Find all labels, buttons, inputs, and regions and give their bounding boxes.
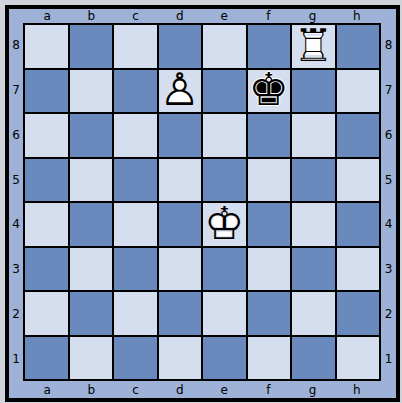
square-e8[interactable] — [203, 25, 246, 68]
rank-label-6: 6 — [9, 113, 23, 158]
file-labels-bottom: abcdefgh — [9, 381, 396, 398]
black-king-glyph: ♚ — [249, 67, 289, 112]
black-king[interactable]: ♚ — [248, 69, 291, 112]
square-h1[interactable] — [337, 337, 380, 380]
file-label-a: a — [25, 10, 69, 22]
white-king-outline-glyph: ♔ — [204, 201, 244, 246]
square-c6[interactable] — [114, 114, 157, 157]
square-g1[interactable] — [292, 337, 335, 380]
white-rook-outline-glyph: ♖ — [293, 23, 333, 68]
square-g6[interactable] — [292, 114, 335, 157]
file-label-d: d — [158, 384, 202, 396]
rank-label-1: 1 — [381, 336, 396, 381]
square-f2[interactable] — [248, 292, 291, 335]
square-e4[interactable]: ♚♔ — [203, 203, 246, 246]
file-label-e: e — [202, 384, 246, 396]
rank-label-1: 1 — [9, 336, 23, 381]
square-c4[interactable] — [114, 203, 157, 246]
square-a8[interactable] — [25, 25, 68, 68]
square-g5[interactable] — [292, 159, 335, 202]
square-c5[interactable] — [114, 159, 157, 202]
square-a5[interactable] — [25, 159, 68, 202]
file-label-e: e — [202, 10, 246, 22]
rank-label-2: 2 — [381, 292, 396, 337]
square-e7[interactable] — [203, 70, 246, 113]
square-a4[interactable] — [25, 203, 68, 246]
square-d1[interactable] — [159, 337, 202, 380]
square-e3[interactable] — [203, 248, 246, 291]
file-label-h: h — [335, 384, 379, 396]
file-label-c: c — [114, 384, 158, 396]
square-d3[interactable] — [159, 248, 202, 291]
rank-labels-right: 87654321 — [381, 23, 396, 381]
square-b3[interactable] — [70, 248, 113, 291]
file-label-f: f — [246, 10, 290, 22]
file-label-g: g — [291, 384, 335, 396]
board-frame: abcdefgh 87654321 ♜♖♟♙♚♚♔ 87654321 abcde… — [5, 5, 400, 402]
file-label-f: f — [246, 384, 290, 396]
square-h4[interactable] — [337, 203, 380, 246]
file-label-c: c — [114, 10, 158, 22]
square-b2[interactable] — [70, 292, 113, 335]
square-d6[interactable] — [159, 114, 202, 157]
square-g7[interactable] — [292, 70, 335, 113]
rank-label-6: 6 — [381, 113, 396, 158]
square-h7[interactable] — [337, 70, 380, 113]
square-a1[interactable] — [25, 337, 68, 380]
rank-label-3: 3 — [381, 247, 396, 292]
square-f1[interactable] — [248, 337, 291, 380]
square-f5[interactable] — [248, 159, 291, 202]
file-label-h: h — [335, 10, 379, 22]
rank-labels-left: 87654321 — [9, 23, 23, 381]
square-c3[interactable] — [114, 248, 157, 291]
file-label-d: d — [158, 10, 202, 22]
square-f8[interactable] — [248, 25, 291, 68]
rank-label-5: 5 — [381, 157, 396, 202]
rank-label-5: 5 — [9, 157, 23, 202]
square-h8[interactable] — [337, 25, 380, 68]
square-a2[interactable] — [25, 292, 68, 335]
white-pawn-outline-glyph: ♙ — [160, 67, 200, 112]
square-h3[interactable] — [337, 248, 380, 291]
square-h5[interactable] — [337, 159, 380, 202]
file-labels-top: abcdefgh — [9, 9, 396, 23]
square-e2[interactable] — [203, 292, 246, 335]
white-king[interactable]: ♚♔ — [203, 202, 246, 245]
rank-label-8: 8 — [381, 23, 396, 68]
square-f6[interactable] — [248, 114, 291, 157]
square-h2[interactable] — [337, 292, 380, 335]
square-c8[interactable] — [114, 25, 157, 68]
rank-label-3: 3 — [9, 247, 23, 292]
rank-label-4: 4 — [9, 202, 23, 247]
square-d2[interactable] — [159, 292, 202, 335]
rank-label-7: 7 — [9, 68, 23, 113]
square-e5[interactable] — [203, 159, 246, 202]
file-label-b: b — [69, 10, 113, 22]
square-b7[interactable] — [70, 70, 113, 113]
square-d7[interactable]: ♟♙ — [159, 70, 202, 113]
chess-board[interactable]: ♜♖♟♙♚♚♔ — [23, 23, 381, 381]
chess-diagram: abcdefgh 87654321 ♜♖♟♙♚♚♔ 87654321 abcde… — [0, 0, 402, 403]
white-rook[interactable]: ♜♖ — [292, 24, 335, 67]
rank-label-7: 7 — [381, 68, 396, 113]
rank-label-8: 8 — [9, 23, 23, 68]
square-g2[interactable] — [292, 292, 335, 335]
square-g8[interactable]: ♜♖ — [292, 25, 335, 68]
square-b8[interactable] — [70, 25, 113, 68]
square-f4[interactable] — [248, 203, 291, 246]
square-a3[interactable] — [25, 248, 68, 291]
square-a7[interactable] — [25, 70, 68, 113]
square-e1[interactable] — [203, 337, 246, 380]
square-g3[interactable] — [292, 248, 335, 291]
rank-label-4: 4 — [381, 202, 396, 247]
square-b5[interactable] — [70, 159, 113, 202]
square-b4[interactable] — [70, 203, 113, 246]
square-b6[interactable] — [70, 114, 113, 157]
square-d8[interactable] — [159, 25, 202, 68]
square-c2[interactable] — [114, 292, 157, 335]
square-f7[interactable]: ♚ — [248, 70, 291, 113]
board-middle-row: 87654321 ♜♖♟♙♚♚♔ 87654321 — [9, 23, 396, 381]
file-label-b: b — [69, 384, 113, 396]
square-a6[interactable] — [25, 114, 68, 157]
file-label-a: a — [25, 384, 69, 396]
square-g4[interactable] — [292, 203, 335, 246]
square-c1[interactable] — [114, 337, 157, 380]
rank-label-2: 2 — [9, 292, 23, 337]
square-f3[interactable] — [248, 248, 291, 291]
square-d4[interactable] — [159, 203, 202, 246]
square-e6[interactable] — [203, 114, 246, 157]
square-b1[interactable] — [70, 337, 113, 380]
square-d5[interactable] — [159, 159, 202, 202]
white-pawn[interactable]: ♟♙ — [159, 69, 202, 112]
square-h6[interactable] — [337, 114, 380, 157]
square-c7[interactable] — [114, 70, 157, 113]
